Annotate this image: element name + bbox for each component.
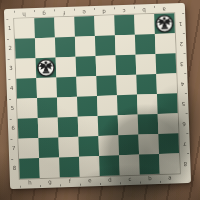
rank-label-1: 1 <box>5 19 14 39</box>
file-label-g: g <box>40 178 60 187</box>
square-g3 <box>36 57 57 78</box>
square-d7 <box>98 135 119 156</box>
winged-angel-icon <box>155 14 174 33</box>
square-f8 <box>59 157 80 178</box>
square-d2 <box>95 35 116 56</box>
square-f5 <box>57 97 78 118</box>
winged-angel-icon <box>37 58 56 77</box>
square-f3 <box>56 57 77 78</box>
playing-area <box>14 13 179 178</box>
rank-label-4: 4 <box>7 79 16 99</box>
file-label-b: b <box>140 175 160 184</box>
square-a5 <box>157 93 178 114</box>
rank-label-8: 8 <box>181 153 190 173</box>
square-d4 <box>96 75 117 96</box>
black-bishop-angel-piece <box>37 58 56 77</box>
square-b7 <box>138 134 159 155</box>
square-h4 <box>16 78 37 99</box>
square-c6 <box>118 115 139 136</box>
square-b3 <box>136 54 157 75</box>
file-label-f: f <box>60 178 80 187</box>
square-e2 <box>75 36 96 57</box>
square-h1 <box>14 18 35 39</box>
rank-label-3: 3 <box>7 59 16 79</box>
square-e4 <box>76 76 97 97</box>
rank-label-2: 2 <box>6 39 15 59</box>
square-e6 <box>78 116 99 137</box>
square-d8 <box>99 155 120 176</box>
rank-label-3: 3 <box>178 53 187 73</box>
rank-label-4: 4 <box>178 73 187 93</box>
square-a4 <box>156 73 177 94</box>
square-b5 <box>137 94 158 115</box>
square-a6 <box>158 113 179 134</box>
square-e3 <box>76 56 97 77</box>
file-label-f: f <box>54 8 74 17</box>
file-label-h: h <box>20 179 40 188</box>
rank-label-7: 7 <box>9 139 18 159</box>
rank-label-5: 5 <box>179 93 188 113</box>
square-b1 <box>134 14 155 35</box>
square-g6 <box>38 117 59 138</box>
file-label-g: g <box>34 8 54 17</box>
square-b2 <box>135 34 156 55</box>
square-d5 <box>97 95 118 116</box>
file-label-h: h <box>14 9 34 18</box>
rank-label-6: 6 <box>9 119 18 139</box>
square-a7 <box>158 133 179 154</box>
square-h3 <box>16 58 37 79</box>
rank-label-5: 5 <box>8 99 17 119</box>
square-b4 <box>136 74 157 95</box>
file-label-d: d <box>94 6 114 15</box>
square-c7 <box>118 135 139 156</box>
square-b6 <box>138 114 159 135</box>
square-a3 <box>156 53 177 74</box>
square-c2 <box>115 35 136 56</box>
square-f4 <box>56 77 77 98</box>
square-g8 <box>39 157 60 178</box>
square-d6 <box>98 115 119 136</box>
rank-label-8: 8 <box>10 159 19 179</box>
square-c8 <box>119 155 140 176</box>
square-c4 <box>116 75 137 96</box>
file-label-a: a <box>160 174 180 183</box>
file-label-e: e <box>80 177 100 186</box>
file-label-b: b <box>134 5 154 14</box>
square-h7 <box>18 138 39 159</box>
square-g7 <box>38 137 59 158</box>
square-e7 <box>78 136 99 157</box>
square-h8 <box>19 158 40 179</box>
file-label-e: e <box>74 7 94 16</box>
square-c3 <box>116 55 137 76</box>
square-e1 <box>74 16 95 37</box>
square-g4 <box>36 77 57 98</box>
square-h2 <box>15 38 36 59</box>
square-a2 <box>155 33 176 54</box>
rank-label-2: 2 <box>177 33 186 53</box>
square-b8 <box>139 154 160 175</box>
square-c1 <box>114 15 135 36</box>
rank-label-6: 6 <box>180 113 189 133</box>
file-label-d: d <box>100 176 120 185</box>
square-e5 <box>77 96 98 117</box>
square-f6 <box>58 117 79 138</box>
square-g2 <box>35 37 56 58</box>
square-h6 <box>18 118 39 139</box>
square-f2 <box>55 37 76 58</box>
file-label-a: a <box>154 4 174 13</box>
square-g5 <box>37 97 58 118</box>
square-a1 <box>154 13 175 34</box>
rank-label-7: 7 <box>180 133 189 153</box>
square-d1 <box>94 15 115 36</box>
black-bishop-angel-piece <box>155 14 174 33</box>
square-c5 <box>117 95 138 116</box>
photo-scene: hgfedcba hgfedcba 12345678 12345678 <box>0 0 200 200</box>
rank-label-1: 1 <box>176 13 185 33</box>
file-label-c: c <box>114 6 134 15</box>
square-e8 <box>79 156 100 177</box>
square-a8 <box>159 153 180 174</box>
chess-board: hgfedcba hgfedcba 12345678 12345678 <box>4 3 191 189</box>
file-label-c: c <box>120 176 140 185</box>
square-h5 <box>17 98 38 119</box>
square-g1 <box>34 17 55 38</box>
square-d3 <box>96 55 117 76</box>
square-f7 <box>58 137 79 158</box>
square-f1 <box>54 17 75 38</box>
